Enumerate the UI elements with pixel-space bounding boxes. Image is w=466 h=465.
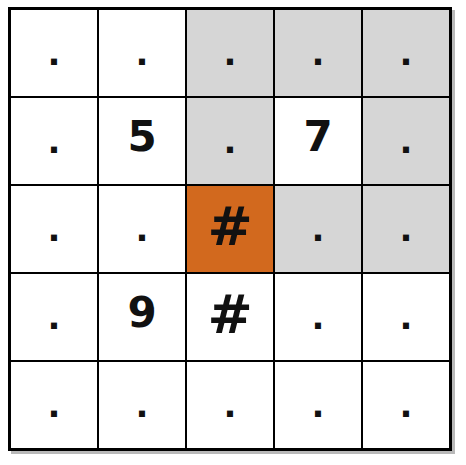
- cell-r4c1[interactable]: .: [99, 362, 185, 448]
- cell-glyph: .: [400, 388, 413, 422]
- cell-glyph: .: [136, 388, 149, 422]
- cell-r1c2[interactable]: .: [187, 98, 273, 184]
- cell-r0c0[interactable]: .: [11, 10, 97, 96]
- cell-glyph: .: [136, 36, 149, 70]
- cell-glyph: .: [48, 388, 61, 422]
- cell-glyph: .: [224, 36, 237, 70]
- cell-r2c1[interactable]: .: [99, 186, 185, 272]
- cell-glyph: .: [400, 36, 413, 70]
- cell-glyph: 5: [127, 116, 156, 158]
- cell-glyph: .: [400, 212, 413, 246]
- cell-glyph: .: [312, 212, 325, 246]
- cell-glyph: .: [136, 212, 149, 246]
- cell-r3c0[interactable]: .: [11, 274, 97, 360]
- cell-r3c2[interactable]: #: [187, 274, 273, 360]
- cell-glyph: .: [224, 124, 237, 158]
- puzzle-canvas: ......5.7...#...9#.......: [0, 0, 466, 465]
- cell-r0c2[interactable]: .: [187, 10, 273, 96]
- cell-r3c3[interactable]: .: [275, 274, 361, 360]
- cell-r4c0[interactable]: .: [11, 362, 97, 448]
- cell-glyph: .: [312, 36, 325, 70]
- cell-glyph: #: [207, 288, 252, 342]
- cell-glyph: .: [400, 124, 413, 158]
- cell-glyph: .: [312, 300, 325, 334]
- cell-r0c3[interactable]: .: [275, 10, 361, 96]
- cell-r4c4[interactable]: .: [363, 362, 449, 448]
- cell-r2c4[interactable]: .: [363, 186, 449, 272]
- cell-r1c3[interactable]: 7: [275, 98, 361, 184]
- cell-glyph: .: [312, 388, 325, 422]
- cell-r1c1[interactable]: 5: [99, 98, 185, 184]
- cell-r4c2[interactable]: .: [187, 362, 273, 448]
- cell-glyph: #: [207, 200, 252, 254]
- cell-glyph: 9: [127, 292, 156, 334]
- cell-glyph: .: [48, 300, 61, 334]
- cell-r4c3[interactable]: .: [275, 362, 361, 448]
- cell-r2c2[interactable]: #: [187, 186, 273, 272]
- cell-glyph: .: [48, 124, 61, 158]
- cell-glyph: .: [48, 36, 61, 70]
- cell-r0c1[interactable]: .: [99, 10, 185, 96]
- cell-r2c3[interactable]: .: [275, 186, 361, 272]
- cell-r1c0[interactable]: .: [11, 98, 97, 184]
- cell-glyph: .: [48, 212, 61, 246]
- cell-r1c4[interactable]: .: [363, 98, 449, 184]
- cell-glyph: 7: [303, 116, 332, 158]
- cell-r3c1[interactable]: 9: [99, 274, 185, 360]
- cell-r0c4[interactable]: .: [363, 10, 449, 96]
- cell-glyph: .: [224, 388, 237, 422]
- cell-glyph: .: [400, 300, 413, 334]
- board-grid: ......5.7...#...9#.......: [8, 7, 452, 451]
- cell-r3c4[interactable]: .: [363, 274, 449, 360]
- cell-r2c0[interactable]: .: [11, 186, 97, 272]
